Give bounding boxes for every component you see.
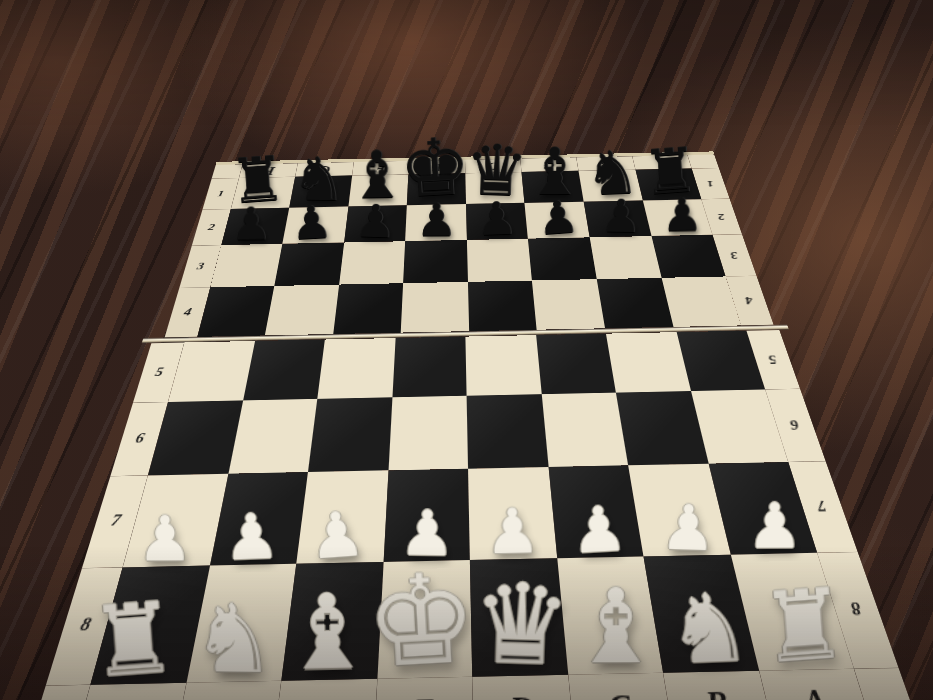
square-e5[interactable]: [392, 337, 467, 398]
piece-black-pawn-c2[interactable]: ♟: [536, 195, 580, 241]
square-b7[interactable]: ♟: [628, 464, 730, 557]
board-half-top: HGFEDCBA1♜♞♝♚♛♝♞♜12♟♟♟♟♟♟♟♟23344: [164, 151, 774, 337]
square-f2[interactable]: ♟: [344, 205, 407, 242]
square-e6[interactable]: [388, 396, 468, 471]
square-e2[interactable]: ♟: [405, 204, 466, 241]
square-b3[interactable]: [590, 236, 661, 279]
board-half-bottom: 55667♟♟♟♟♟♟♟♟78♜♞♝♚♛♝♞♜8HGFEDCBA: [25, 330, 922, 700]
board-corner: [25, 685, 90, 700]
square-f5[interactable]: [317, 338, 395, 399]
piece-white-pawn-g7[interactable]: ♟: [222, 507, 280, 568]
piece-white-rook-h8[interactable]: ♜: [87, 591, 181, 690]
piece-white-pawn-d7[interactable]: ♟: [484, 502, 541, 562]
square-g5[interactable]: [243, 340, 325, 401]
square-g3[interactable]: [274, 243, 343, 286]
photo-of-chess-set: { "game": "chess", "position": { "setup"…: [0, 0, 933, 700]
square-d8[interactable]: ♛: [470, 558, 568, 677]
piece-white-pawn-f7[interactable]: ♟: [307, 504, 367, 567]
square-c3[interactable]: [528, 237, 596, 280]
square-g4[interactable]: [265, 285, 339, 336]
square-c4[interactable]: [532, 279, 605, 330]
piece-black-pawn-g2[interactable]: ♟: [290, 200, 333, 245]
square-a3[interactable]: [651, 235, 726, 278]
piece-white-king-e8[interactable]: ♚: [362, 560, 480, 684]
square-e3[interactable]: [403, 240, 467, 283]
square-g2[interactable]: ♟: [283, 207, 349, 244]
square-b2[interactable]: ♟: [584, 200, 651, 237]
table-surface: HGFEDCBA1♜♞♝♚♛♝♞♜12♟♟♟♟♟♟♟♟23344 55667♟♟…: [0, 0, 933, 700]
square-c5[interactable]: [536, 334, 616, 395]
piece-black-pawn-e2[interactable]: ♟: [416, 199, 457, 242]
rank-label-left-4: 4: [164, 287, 210, 337]
piece-white-rook-a8[interactable]: ♜: [757, 577, 851, 676]
square-d3[interactable]: [467, 239, 532, 282]
square-e8[interactable]: ♚: [377, 560, 472, 679]
piece-white-pawn-a7[interactable]: ♟: [746, 497, 802, 556]
piece-white-knight-g8[interactable]: ♞: [191, 594, 277, 685]
square-h2[interactable]: ♟: [221, 208, 289, 245]
piece-black-pawn-b2[interactable]: ♟: [600, 195, 641, 239]
square-h4[interactable]: [197, 286, 274, 337]
piece-black-pawn-a2[interactable]: ♟: [661, 193, 703, 237]
square-f6[interactable]: [308, 397, 392, 472]
piece-white-bishop-c8[interactable]: ♝: [569, 579, 662, 677]
piece-white-pawn-c7[interactable]: ♟: [569, 499, 628, 561]
piece-white-bishop-f8[interactable]: ♝: [281, 584, 375, 684]
piece-black-pawn-f2[interactable]: ♟: [354, 199, 396, 243]
piece-white-pawn-b7[interactable]: ♟: [659, 498, 717, 559]
square-f7[interactable]: ♟: [296, 470, 388, 563]
piece-black-pawn-d2[interactable]: ♟: [476, 197, 518, 242]
square-b4[interactable]: [597, 278, 673, 328]
square-f3[interactable]: [339, 241, 405, 284]
square-d6[interactable]: [467, 394, 549, 469]
square-d7[interactable]: ♟: [468, 467, 557, 560]
square-c8[interactable]: ♝: [557, 556, 663, 674]
square-d5[interactable]: [465, 335, 541, 396]
square-g6[interactable]: [228, 399, 317, 474]
square-e4[interactable]: [401, 282, 469, 333]
square-a2[interactable]: ♟: [643, 199, 713, 236]
square-f4[interactable]: [333, 283, 403, 334]
square-d4[interactable]: [468, 281, 537, 332]
square-h5[interactable]: [168, 341, 255, 402]
square-c7[interactable]: ♟: [548, 465, 643, 558]
square-c2[interactable]: ♟: [525, 202, 590, 239]
piece-white-knight-b8[interactable]: ♞: [665, 583, 754, 676]
square-e7[interactable]: ♟: [383, 469, 470, 562]
piece-black-pawn-h2[interactable]: ♟: [230, 202, 272, 246]
square-g7[interactable]: ♟: [209, 472, 307, 565]
piece-white-queen-d8[interactable]: ♛: [470, 572, 573, 680]
chess-board: HGFEDCBA1♜♞♝♚♛♝♞♜12♟♟♟♟♟♟♟♟23344 55667♟♟…: [28, 151, 919, 700]
square-d2[interactable]: ♟: [466, 203, 528, 240]
square-c6[interactable]: [541, 393, 628, 467]
board-corner: [854, 668, 922, 700]
square-h3[interactable]: [210, 244, 282, 287]
piece-white-pawn-h7[interactable]: ♟: [137, 509, 193, 568]
